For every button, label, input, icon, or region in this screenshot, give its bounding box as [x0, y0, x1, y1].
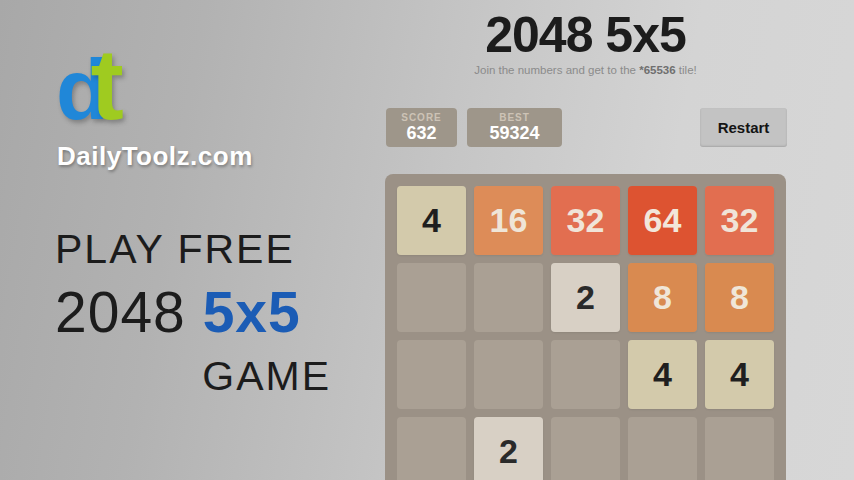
tagline: PLAY FREE 2048 5x5 GAME — [55, 226, 331, 400]
subtitle-goal-tile: *65536 — [639, 64, 675, 76]
logo-letter-t: t — [91, 34, 124, 134]
subtitle-suffix: tile! — [676, 64, 697, 76]
tile-4-r3c5: 4 — [705, 340, 774, 409]
cell-r4c5 — [705, 417, 774, 480]
tile-8-r2c4: 8 — [628, 263, 697, 332]
tile-2-r4c2: 2 — [474, 417, 543, 480]
cell-r2c4: 8 — [628, 263, 697, 332]
tile-32-r1c5: 32 — [705, 186, 774, 255]
cell-r4c4 — [628, 417, 697, 480]
tile-8-r2c5: 8 — [705, 263, 774, 332]
game-subtitle: Join the numbers and get to the *65536 t… — [385, 64, 786, 76]
tile-4-r3c4: 4 — [628, 340, 697, 409]
tagline-game: GAME — [55, 353, 331, 400]
cell-r3c4: 4 — [628, 340, 697, 409]
cell-r2c2 — [474, 263, 543, 332]
cell-r4c2: 2 — [474, 417, 543, 480]
site-name: DailyToolz.com — [57, 141, 253, 172]
branding-panel: d t DailyToolz.com PLAY FREE 2048 5x5 GA… — [0, 0, 380, 480]
cell-r2c3: 2 — [551, 263, 620, 332]
tagline-play-free: PLAY FREE — [55, 226, 331, 273]
cell-r1c4: 64 — [628, 186, 697, 255]
dailytoolz-logo: d t — [56, 46, 124, 146]
cell-r3c3 — [551, 340, 620, 409]
tagline-2048-5x5: 2048 5x5 — [55, 279, 331, 345]
cell-r3c1 — [397, 340, 466, 409]
game-title: 2048 5x5 — [385, 6, 786, 64]
tagline-5x5: 5x5 — [203, 280, 301, 344]
cell-r1c1: 4 — [397, 186, 466, 255]
tile-2-r2c3: 2 — [551, 263, 620, 332]
cell-r1c5: 32 — [705, 186, 774, 255]
cell-r3c2 — [474, 340, 543, 409]
board[interactable]: 416326432288442 — [385, 174, 786, 480]
best-box: BEST 59324 — [467, 108, 562, 147]
best-value: 59324 — [489, 124, 539, 143]
subtitle-prefix: Join the numbers and get to the — [474, 64, 639, 76]
tile-4-r1c1: 4 — [397, 186, 466, 255]
cell-r3c5: 4 — [705, 340, 774, 409]
cell-r1c2: 16 — [474, 186, 543, 255]
restart-button[interactable]: Restart — [700, 108, 787, 147]
tagline-2048: 2048 — [55, 280, 186, 344]
score-value: 632 — [406, 124, 436, 143]
tile-16-r1c2: 16 — [474, 186, 543, 255]
tile-32-r1c3: 32 — [551, 186, 620, 255]
cell-r2c5: 8 — [705, 263, 774, 332]
cell-r1c3: 32 — [551, 186, 620, 255]
score-box: SCORE 632 — [386, 108, 457, 147]
cell-r4c3 — [551, 417, 620, 480]
cell-r4c1 — [397, 417, 466, 480]
cell-r2c1 — [397, 263, 466, 332]
tile-64-r1c4: 64 — [628, 186, 697, 255]
